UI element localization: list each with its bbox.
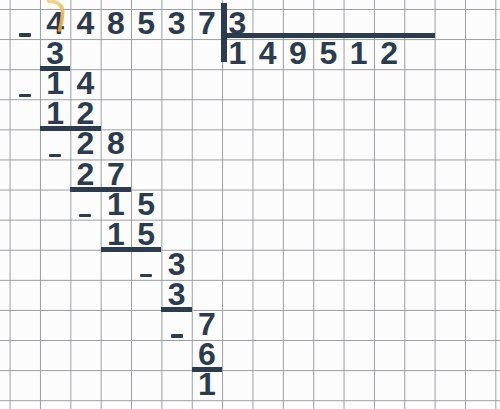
digit-cell: 5 xyxy=(131,188,161,218)
digit-cell: 3 xyxy=(40,38,70,68)
digit-cell: 1 xyxy=(40,68,70,98)
digit-cell: 5 xyxy=(131,8,161,38)
digit-cell: 1 xyxy=(101,218,131,248)
digit-cell: 1 xyxy=(192,369,222,399)
digit-cell: 8 xyxy=(101,128,131,158)
minus-sign-icon xyxy=(49,154,61,157)
digit-cell: 2 xyxy=(70,128,100,158)
digit-cell: 5 xyxy=(131,218,161,248)
digit-cell: 5 xyxy=(313,38,343,68)
minus-sign-icon xyxy=(171,334,183,337)
minus-sign-icon xyxy=(19,94,31,97)
digit-cell: 9 xyxy=(283,38,313,68)
digit-cell: 4 xyxy=(70,68,100,98)
digit-cell: 3 xyxy=(161,278,191,308)
long-division-grid: 4485373314951214122827151533761 xyxy=(0,0,500,409)
digit-cell: 2 xyxy=(70,158,100,188)
digit-cell: 3 xyxy=(161,248,191,278)
digit-cell: 6 xyxy=(192,339,222,369)
squared-paper-worksheet: 4485373314951214122827151533761 xyxy=(0,0,500,409)
digit-cell: 8 xyxy=(101,8,131,38)
digit-cell: 4 xyxy=(40,8,70,38)
digit-cell: 1 xyxy=(101,188,131,218)
digit-cell: 1 xyxy=(222,38,252,68)
digit-cell: 7 xyxy=(101,158,131,188)
digit-cell: 7 xyxy=(192,308,222,338)
digit-cell: 1 xyxy=(40,98,70,128)
digit-cell: 1 xyxy=(344,38,374,68)
minus-sign-icon xyxy=(79,214,91,217)
digit-cell: 7 xyxy=(192,8,222,38)
minus-sign-icon xyxy=(140,274,152,277)
minus-sign-icon xyxy=(19,33,31,36)
digit-cell: 4 xyxy=(252,38,282,68)
digit-cell: 2 xyxy=(70,98,100,128)
digit-cell: 4 xyxy=(70,8,100,38)
digit-cell: 2 xyxy=(374,38,404,68)
digit-cell: 3 xyxy=(161,8,191,38)
division-bracket-horizontal-bar xyxy=(222,33,435,38)
